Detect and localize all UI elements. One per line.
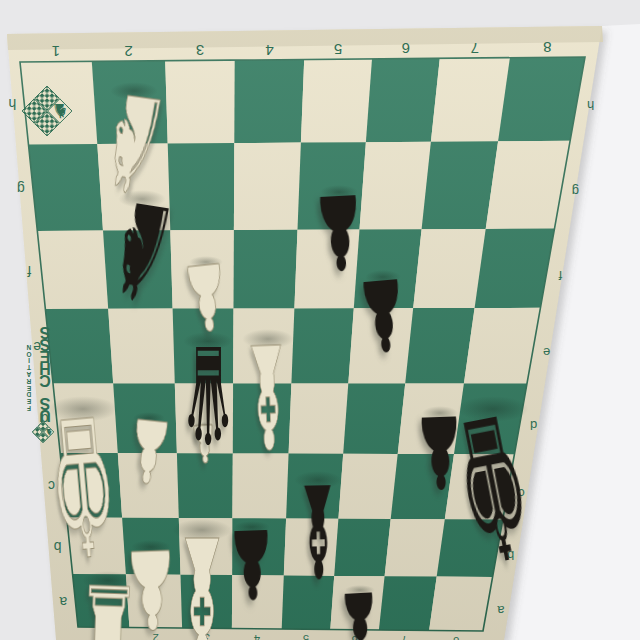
square-c2[interactable] xyxy=(118,453,179,518)
svg-text:E: E xyxy=(26,398,31,405)
brand-title: SSEHCSU xyxy=(39,324,51,424)
file-label-right-d: d xyxy=(530,418,537,433)
rank-label-top-7: 7 xyxy=(471,40,479,57)
file-label-left-h: h xyxy=(8,96,16,112)
svg-text:N: N xyxy=(26,344,31,351)
file-label-left-c: c xyxy=(48,478,55,494)
file-label-right-h: h xyxy=(587,98,594,113)
rank-label-bottom-7: 7 xyxy=(401,634,407,640)
svg-text:F: F xyxy=(27,405,31,412)
square-e5[interactable] xyxy=(291,308,353,383)
square-d3[interactable] xyxy=(175,384,233,454)
square-c6[interactable] xyxy=(338,454,397,519)
square-h7[interactable] xyxy=(431,58,510,142)
square-b4[interactable] xyxy=(232,518,286,575)
square-c4[interactable] xyxy=(232,453,288,518)
square-h2[interactable] xyxy=(92,61,168,144)
square-g5[interactable] xyxy=(298,142,366,230)
square-c7[interactable] xyxy=(391,454,454,519)
rank-label-bottom-8: 8 xyxy=(453,635,459,640)
square-e2[interactable] xyxy=(108,309,175,384)
rank-label-bottom-4: 4 xyxy=(254,633,260,640)
square-h4[interactable] xyxy=(234,60,304,144)
square-c1[interactable] xyxy=(60,453,122,518)
square-f5[interactable] xyxy=(294,230,359,309)
square-a3[interactable] xyxy=(181,575,233,629)
square-g1[interactable] xyxy=(29,144,104,231)
svg-text:T: T xyxy=(27,364,31,371)
square-e7[interactable] xyxy=(405,308,474,384)
square-b8[interactable] xyxy=(437,519,503,577)
square-h6[interactable] xyxy=(366,58,440,142)
square-d2[interactable] xyxy=(113,384,177,454)
rank-label-bottom-6: 6 xyxy=(352,634,358,640)
rank-label-top-5: 5 xyxy=(334,41,342,58)
square-a2[interactable] xyxy=(126,574,182,628)
square-f4[interactable] xyxy=(234,230,298,309)
file-label-right-a: a xyxy=(496,603,504,618)
svg-text:E: E xyxy=(26,385,31,392)
chess-board-photo: 1122334455667788hhggffeeddccbbaa♞♞SSEHCS… xyxy=(0,0,640,640)
square-a8[interactable] xyxy=(429,577,493,631)
file-label-right-f: f xyxy=(558,268,562,283)
square-b5[interactable] xyxy=(284,519,339,576)
square-d4[interactable] xyxy=(233,384,292,454)
file-label-left-a: a xyxy=(59,594,67,610)
square-d7[interactable] xyxy=(398,384,464,454)
file-label-left-f: f xyxy=(27,263,31,279)
square-d1[interactable] xyxy=(53,384,118,454)
rank-label-top-3: 3 xyxy=(196,42,204,59)
svg-text:O: O xyxy=(26,351,31,358)
square-f2[interactable] xyxy=(103,230,173,308)
square-e4[interactable] xyxy=(233,308,294,383)
square-f6[interactable] xyxy=(354,229,422,308)
svg-text:I: I xyxy=(28,357,30,364)
file-label-left-g: g xyxy=(17,181,25,197)
svg-text:U: U xyxy=(39,407,51,424)
svg-text:D: D xyxy=(26,391,31,398)
rank-label-bottom-2: 2 xyxy=(153,632,159,640)
square-b7[interactable] xyxy=(385,519,445,577)
svg-text:R: R xyxy=(26,378,31,385)
square-f7[interactable] xyxy=(413,229,486,308)
rank-label-bottom-3: 3 xyxy=(204,632,210,640)
square-g7[interactable] xyxy=(422,141,499,229)
square-a1[interactable] xyxy=(73,574,130,628)
rank-label-top-4: 4 xyxy=(265,42,273,59)
rank-label-top-8: 8 xyxy=(543,39,551,56)
logo-knight-icon: ♞ xyxy=(51,100,69,122)
logo-knight-icon: ♞ xyxy=(45,427,53,437)
svg-text:C: C xyxy=(39,372,51,389)
square-a5[interactable] xyxy=(282,576,335,630)
square-d5[interactable] xyxy=(289,384,349,454)
square-c5[interactable] xyxy=(286,454,343,519)
square-h3[interactable] xyxy=(165,60,235,143)
square-b1[interactable] xyxy=(67,517,126,574)
square-b6[interactable] xyxy=(334,519,391,576)
square-e3[interactable] xyxy=(173,309,234,384)
file-label-right-c: c xyxy=(518,486,525,501)
rank-label-bottom-1: 1 xyxy=(101,631,107,640)
rank-label-top-6: 6 xyxy=(402,40,410,57)
rank-label-top-1: 1 xyxy=(52,43,60,60)
square-f1[interactable] xyxy=(37,231,108,309)
svg-text:A: A xyxy=(26,371,31,378)
square-g3[interactable] xyxy=(168,143,235,230)
square-f3[interactable] xyxy=(170,230,234,309)
rank-label-bottom-5: 5 xyxy=(303,633,309,640)
file-label-right-g: g xyxy=(572,184,579,199)
square-e1[interactable] xyxy=(45,309,113,384)
file-label-left-b: b xyxy=(54,539,62,555)
square-d6[interactable] xyxy=(343,384,405,454)
square-a6[interactable] xyxy=(330,576,384,630)
square-g4[interactable] xyxy=(234,143,301,231)
file-label-right-e: e xyxy=(543,345,550,360)
square-g2[interactable] xyxy=(97,144,170,231)
rank-label-top-2: 2 xyxy=(124,43,132,60)
square-a7[interactable] xyxy=(379,576,437,630)
board-photo-svg: 1122334455667788hhggffeeddccbbaa♞♞SSEHCS… xyxy=(0,0,640,640)
square-b2[interactable] xyxy=(122,518,180,575)
photo-frame: 1122334455667788hhggffeeddccbbaa♞♞SSEHCS… xyxy=(0,0,640,640)
square-c3[interactable] xyxy=(177,453,233,518)
square-b3[interactable] xyxy=(179,518,233,575)
brand-subtitle: NOITAREDEF xyxy=(26,344,31,412)
square-g6[interactable] xyxy=(360,142,431,230)
file-label-right-b: b xyxy=(507,548,514,563)
square-e6[interactable] xyxy=(348,308,413,384)
square-a4[interactable] xyxy=(232,575,284,629)
square-h5[interactable] xyxy=(301,59,372,143)
